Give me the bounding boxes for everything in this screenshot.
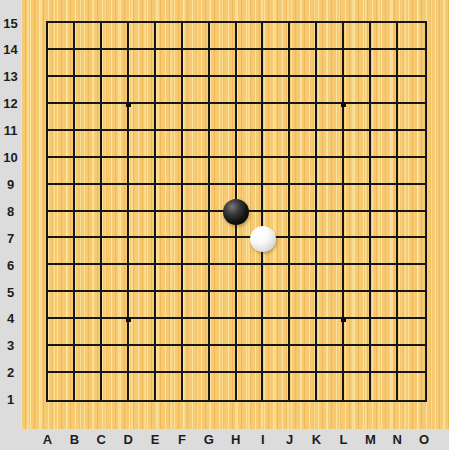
grid-cell[interactable] bbox=[398, 131, 425, 158]
grid-cell[interactable] bbox=[48, 158, 75, 185]
grid-cell[interactable] bbox=[75, 265, 102, 292]
grid-cell[interactable] bbox=[344, 319, 371, 346]
grid-cell[interactable] bbox=[183, 131, 210, 158]
black-stone[interactable] bbox=[223, 199, 249, 225]
grid-cell[interactable] bbox=[210, 319, 237, 346]
grid-cell[interactable] bbox=[237, 158, 264, 185]
grid-cell[interactable] bbox=[398, 346, 425, 373]
grid-cell[interactable] bbox=[398, 373, 425, 400]
grid-cell[interactable] bbox=[263, 265, 290, 292]
row-label-6: 6 bbox=[0, 259, 21, 273]
grid-cell[interactable] bbox=[183, 265, 210, 292]
grid-cell[interactable] bbox=[371, 131, 398, 158]
grid-cell[interactable] bbox=[317, 346, 344, 373]
grid-cell[interactable] bbox=[75, 319, 102, 346]
star-point bbox=[341, 317, 346, 322]
grid-cell[interactable] bbox=[317, 50, 344, 77]
grid-cell[interactable] bbox=[237, 77, 264, 104]
grid-cell[interactable] bbox=[344, 131, 371, 158]
grid-cell[interactable] bbox=[263, 373, 290, 400]
grid-cell[interactable] bbox=[183, 158, 210, 185]
grid-cell[interactable] bbox=[290, 265, 317, 292]
grid-cell[interactable] bbox=[398, 212, 425, 239]
col-label-F: F bbox=[171, 429, 193, 450]
grid-cell[interactable] bbox=[398, 50, 425, 77]
grid-cell[interactable] bbox=[237, 265, 264, 292]
grid-cell[interactable] bbox=[48, 50, 75, 77]
grid-cell[interactable] bbox=[237, 346, 264, 373]
grid-cell[interactable] bbox=[102, 265, 129, 292]
grid-cell[interactable] bbox=[129, 104, 156, 131]
grid-cell[interactable] bbox=[102, 373, 129, 400]
grid-cell[interactable] bbox=[102, 104, 129, 131]
grid-cell[interactable] bbox=[156, 23, 183, 50]
grid-cell[interactable] bbox=[210, 23, 237, 50]
grid-cell[interactable] bbox=[183, 373, 210, 400]
grid-cell[interactable] bbox=[129, 238, 156, 265]
grid-cell[interactable] bbox=[129, 346, 156, 373]
grid-cell[interactable] bbox=[290, 292, 317, 319]
white-stone[interactable] bbox=[250, 226, 276, 252]
grid-cell[interactable] bbox=[210, 104, 237, 131]
row-label-4: 4 bbox=[0, 312, 21, 326]
grid-cell[interactable] bbox=[210, 373, 237, 400]
row-label-5: 5 bbox=[0, 286, 21, 300]
row-label-8: 8 bbox=[0, 205, 21, 219]
grid-cell[interactable] bbox=[317, 373, 344, 400]
grid-cell[interactable] bbox=[290, 185, 317, 212]
grid-cell[interactable] bbox=[183, 319, 210, 346]
grid-cell[interactable] bbox=[75, 104, 102, 131]
grid-cell[interactable] bbox=[156, 131, 183, 158]
grid-cell[interactable] bbox=[75, 212, 102, 239]
star-point bbox=[341, 102, 346, 107]
grid-cell[interactable] bbox=[183, 185, 210, 212]
grid-cell[interactable] bbox=[263, 131, 290, 158]
grid-cell[interactable] bbox=[156, 346, 183, 373]
grid-cell[interactable] bbox=[398, 292, 425, 319]
grid-cell[interactable] bbox=[183, 346, 210, 373]
grid-cell[interactable] bbox=[75, 185, 102, 212]
grid-cell[interactable] bbox=[183, 238, 210, 265]
grid-cell[interactable] bbox=[398, 23, 425, 50]
grid-cell[interactable] bbox=[290, 346, 317, 373]
grid-cell[interactable] bbox=[48, 238, 75, 265]
grid-cell[interactable] bbox=[398, 265, 425, 292]
grid-cell[interactable] bbox=[75, 23, 102, 50]
grid-cell[interactable] bbox=[75, 131, 102, 158]
grid-cell[interactable] bbox=[371, 23, 398, 50]
grid-cell[interactable] bbox=[237, 104, 264, 131]
grid-cell[interactable] bbox=[129, 77, 156, 104]
grid-cell[interactable] bbox=[183, 50, 210, 77]
col-label-L: L bbox=[332, 429, 354, 450]
col-label-K: K bbox=[306, 429, 328, 450]
grid-cell[interactable] bbox=[156, 319, 183, 346]
grid-cell[interactable] bbox=[156, 185, 183, 212]
grid-cell[interactable] bbox=[183, 77, 210, 104]
row-label-1: 1 bbox=[0, 393, 21, 407]
gomoku-board-screen: 151413121110987654321 ABCDEFGHIJKLMNO bbox=[0, 0, 449, 450]
col-label-E: E bbox=[144, 429, 166, 450]
grid-cell[interactable] bbox=[102, 185, 129, 212]
grid-cell[interactable] bbox=[344, 77, 371, 104]
grid-cell[interactable] bbox=[48, 346, 75, 373]
star-point bbox=[126, 317, 131, 322]
grid-cell[interactable] bbox=[290, 50, 317, 77]
row-label-9: 9 bbox=[0, 178, 21, 192]
col-label-O: O bbox=[413, 429, 435, 450]
grid-cell[interactable] bbox=[371, 77, 398, 104]
grid-cell[interactable] bbox=[398, 319, 425, 346]
grid-cell[interactable] bbox=[75, 238, 102, 265]
row-label-7: 7 bbox=[0, 232, 21, 246]
grid-cell[interactable] bbox=[290, 158, 317, 185]
grid-cell[interactable] bbox=[371, 185, 398, 212]
grid-cell[interactable] bbox=[183, 23, 210, 50]
grid-cell[interactable] bbox=[290, 373, 317, 400]
grid-cell[interactable] bbox=[48, 23, 75, 50]
row-label-3: 3 bbox=[0, 339, 21, 353]
grid-cell[interactable] bbox=[398, 238, 425, 265]
grid-cell[interactable] bbox=[263, 50, 290, 77]
grid-cell[interactable] bbox=[156, 265, 183, 292]
grid-cell[interactable] bbox=[344, 373, 371, 400]
grid-cell[interactable] bbox=[371, 158, 398, 185]
grid-cell[interactable] bbox=[344, 346, 371, 373]
grid-cell[interactable] bbox=[48, 185, 75, 212]
grid-cell[interactable] bbox=[317, 131, 344, 158]
grid-cell[interactable] bbox=[210, 346, 237, 373]
grid-cell[interactable] bbox=[371, 292, 398, 319]
grid-cell[interactable] bbox=[398, 104, 425, 131]
grid-cell[interactable] bbox=[344, 212, 371, 239]
grid-cell[interactable] bbox=[290, 23, 317, 50]
grid-cell[interactable] bbox=[210, 131, 237, 158]
grid-cell[interactable] bbox=[210, 77, 237, 104]
grid-cell[interactable] bbox=[263, 292, 290, 319]
grid-cell[interactable] bbox=[371, 346, 398, 373]
grid-cell[interactable] bbox=[317, 104, 344, 131]
grid-cell[interactable] bbox=[290, 104, 317, 131]
grid-cell[interactable] bbox=[317, 319, 344, 346]
grid-cell[interactable] bbox=[183, 292, 210, 319]
row-label-14: 14 bbox=[0, 43, 21, 57]
grid-cell[interactable] bbox=[398, 185, 425, 212]
grid-cell[interactable] bbox=[129, 23, 156, 50]
grid-cell[interactable] bbox=[371, 319, 398, 346]
grid-cell[interactable] bbox=[290, 131, 317, 158]
grid-cell[interactable] bbox=[129, 185, 156, 212]
grid-cell[interactable] bbox=[237, 319, 264, 346]
col-label-G: G bbox=[198, 429, 220, 450]
grid-cell[interactable] bbox=[48, 77, 75, 104]
grid-cell[interactable] bbox=[156, 212, 183, 239]
grid-cell[interactable] bbox=[371, 104, 398, 131]
grid-cell[interactable] bbox=[48, 292, 75, 319]
grid-cell[interactable] bbox=[183, 104, 210, 131]
grid-cell[interactable] bbox=[129, 131, 156, 158]
grid-cell[interactable] bbox=[102, 131, 129, 158]
grid-cell[interactable] bbox=[237, 23, 264, 50]
grid-cell[interactable] bbox=[344, 185, 371, 212]
grid-cell[interactable] bbox=[102, 158, 129, 185]
grid-cell[interactable] bbox=[129, 265, 156, 292]
grid-cell[interactable] bbox=[75, 373, 102, 400]
grid-cell[interactable] bbox=[317, 23, 344, 50]
grid-cell[interactable] bbox=[263, 158, 290, 185]
grid-cell[interactable] bbox=[237, 373, 264, 400]
grid-cell[interactable] bbox=[48, 212, 75, 239]
grid-cell[interactable] bbox=[263, 346, 290, 373]
grid-cell[interactable] bbox=[102, 319, 129, 346]
grid-cell[interactable] bbox=[102, 346, 129, 373]
grid-cell[interactable] bbox=[290, 319, 317, 346]
grid-cell[interactable] bbox=[344, 292, 371, 319]
grid-cell[interactable] bbox=[317, 77, 344, 104]
grid-cell[interactable] bbox=[317, 238, 344, 265]
grid-cell[interactable] bbox=[263, 23, 290, 50]
grid-cell[interactable] bbox=[210, 50, 237, 77]
grid-cell[interactable] bbox=[371, 265, 398, 292]
grid-cell[interactable] bbox=[75, 158, 102, 185]
grid-cell[interactable] bbox=[210, 292, 237, 319]
grid-cell[interactable] bbox=[129, 50, 156, 77]
grid-cell[interactable] bbox=[129, 319, 156, 346]
grid-cell[interactable] bbox=[371, 50, 398, 77]
go-board[interactable] bbox=[21, 0, 449, 429]
grid-cell[interactable] bbox=[237, 292, 264, 319]
grid-cell[interactable] bbox=[290, 238, 317, 265]
grid-cell[interactable] bbox=[344, 238, 371, 265]
grid-cell[interactable] bbox=[263, 319, 290, 346]
grid-cell[interactable] bbox=[317, 158, 344, 185]
col-label-H: H bbox=[225, 429, 247, 450]
grid-cell[interactable] bbox=[344, 104, 371, 131]
grid-cell[interactable] bbox=[156, 50, 183, 77]
grid-cell[interactable] bbox=[48, 319, 75, 346]
grid-cell[interactable] bbox=[48, 104, 75, 131]
grid-cell[interactable] bbox=[317, 292, 344, 319]
grid-cell[interactable] bbox=[156, 104, 183, 131]
grid-cell[interactable] bbox=[317, 185, 344, 212]
grid-cell[interactable] bbox=[290, 77, 317, 104]
col-label-A: A bbox=[37, 429, 59, 450]
grid-cell[interactable] bbox=[129, 212, 156, 239]
col-label-N: N bbox=[386, 429, 408, 450]
grid-cell[interactable] bbox=[237, 131, 264, 158]
star-point bbox=[126, 102, 131, 107]
col-label-I: I bbox=[252, 429, 274, 450]
col-label-J: J bbox=[279, 429, 301, 450]
grid-cell[interactable] bbox=[129, 292, 156, 319]
col-label-M: M bbox=[359, 429, 381, 450]
grid-cell[interactable] bbox=[210, 238, 237, 265]
row-label-2: 2 bbox=[0, 366, 21, 380]
grid-cell[interactable] bbox=[156, 373, 183, 400]
grid-cell[interactable] bbox=[344, 50, 371, 77]
row-label-10: 10 bbox=[0, 151, 21, 165]
grid-cell[interactable] bbox=[48, 131, 75, 158]
grid-cell[interactable] bbox=[102, 23, 129, 50]
grid-cell[interactable] bbox=[75, 77, 102, 104]
grid-cell[interactable] bbox=[344, 23, 371, 50]
grid-cell[interactable] bbox=[371, 373, 398, 400]
grid-cell[interactable] bbox=[398, 158, 425, 185]
grid-cell[interactable] bbox=[263, 185, 290, 212]
grid-cell[interactable] bbox=[290, 212, 317, 239]
row-label-13: 13 bbox=[0, 70, 21, 84]
grid-cell[interactable] bbox=[102, 292, 129, 319]
grid-cell[interactable] bbox=[75, 346, 102, 373]
grid-cell[interactable] bbox=[129, 158, 156, 185]
col-label-B: B bbox=[63, 429, 85, 450]
grid-cell[interactable] bbox=[102, 77, 129, 104]
grid-cell[interactable] bbox=[398, 77, 425, 104]
grid-cell[interactable] bbox=[317, 265, 344, 292]
grid-cell[interactable] bbox=[156, 158, 183, 185]
row-label-11: 11 bbox=[0, 124, 21, 138]
col-label-D: D bbox=[117, 429, 139, 450]
col-label-C: C bbox=[90, 429, 112, 450]
grid-cell[interactable] bbox=[263, 104, 290, 131]
grid-cell[interactable] bbox=[344, 158, 371, 185]
grid-cell[interactable] bbox=[210, 265, 237, 292]
grid-cell[interactable] bbox=[371, 238, 398, 265]
grid-cell[interactable] bbox=[48, 373, 75, 400]
grid-cell[interactable] bbox=[102, 50, 129, 77]
grid-cell[interactable] bbox=[344, 265, 371, 292]
row-label-15: 15 bbox=[0, 17, 21, 31]
row-coordinates-gutter: 151413121110987654321 bbox=[0, 0, 21, 429]
grid-cell[interactable] bbox=[237, 50, 264, 77]
row-label-12: 12 bbox=[0, 97, 21, 111]
grid-cell[interactable] bbox=[156, 292, 183, 319]
grid-cell[interactable] bbox=[263, 77, 290, 104]
grid-cell[interactable] bbox=[129, 373, 156, 400]
grid-cell[interactable] bbox=[48, 265, 75, 292]
grid-cell[interactable] bbox=[75, 292, 102, 319]
grid-cell[interactable] bbox=[102, 238, 129, 265]
grid-cell[interactable] bbox=[210, 158, 237, 185]
grid-cell[interactable] bbox=[317, 212, 344, 239]
grid-cell[interactable] bbox=[371, 212, 398, 239]
grid-cell[interactable] bbox=[183, 212, 210, 239]
grid-cell[interactable] bbox=[102, 212, 129, 239]
column-coordinates-gutter: ABCDEFGHIJKLMNO bbox=[0, 429, 449, 450]
grid-cell[interactable] bbox=[75, 50, 102, 77]
grid-cell[interactable] bbox=[156, 238, 183, 265]
grid-cell[interactable] bbox=[156, 77, 183, 104]
